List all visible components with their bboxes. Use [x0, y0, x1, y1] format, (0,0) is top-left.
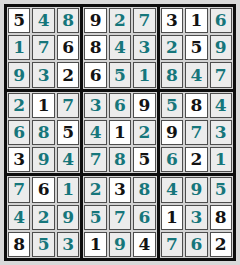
cell-r3c5[interactable]: 5 [109, 62, 131, 87]
cell-r8c7[interactable]: 1 [161, 205, 183, 230]
cell-r2c5[interactable]: 4 [109, 35, 131, 60]
cell-r9c3[interactable]: 3 [57, 232, 79, 257]
cell-r6c5[interactable]: 8 [109, 147, 131, 172]
box-4: 217685394 [7, 92, 80, 174]
sudoku-board: 5481769329278436513162598472176853943694… [4, 4, 236, 261]
cell-r8c3[interactable]: 9 [57, 205, 79, 230]
cell-r2c2[interactable]: 7 [32, 35, 54, 60]
cell-r3c6[interactable]: 1 [133, 62, 155, 87]
box-7: 761429853 [7, 176, 80, 258]
cell-r8c5[interactable]: 7 [109, 205, 131, 230]
cell-r7c1[interactable]: 7 [8, 177, 30, 202]
cell-r6c1[interactable]: 3 [8, 147, 30, 172]
cell-r6c9[interactable]: 1 [210, 147, 232, 172]
cell-r5c3[interactable]: 5 [57, 120, 79, 145]
cell-r7c9[interactable]: 5 [210, 177, 232, 202]
cell-r7c8[interactable]: 9 [185, 177, 207, 202]
cell-r9c5[interactable]: 9 [109, 232, 131, 257]
cell-r4c8[interactable]: 8 [185, 93, 207, 118]
cell-r1c1[interactable]: 5 [8, 8, 30, 33]
cell-r3c7[interactable]: 8 [161, 62, 183, 87]
cell-r7c3[interactable]: 1 [57, 177, 79, 202]
cell-r4c4[interactable]: 3 [84, 93, 106, 118]
box-6: 584973621 [160, 92, 233, 174]
cell-r7c2[interactable]: 6 [32, 177, 54, 202]
cell-r6c2[interactable]: 9 [32, 147, 54, 172]
cell-r2c9[interactable]: 9 [210, 35, 232, 60]
cell-r3c4[interactable]: 6 [84, 62, 106, 87]
cell-r2c4[interactable]: 8 [84, 35, 106, 60]
cell-r4c7[interactable]: 5 [161, 93, 183, 118]
cell-r8c2[interactable]: 2 [32, 205, 54, 230]
cell-r6c4[interactable]: 7 [84, 147, 106, 172]
cell-r3c2[interactable]: 3 [32, 62, 54, 87]
cell-r5c4[interactable]: 4 [84, 120, 106, 145]
cell-r2c8[interactable]: 5 [185, 35, 207, 60]
cell-r9c9[interactable]: 2 [210, 232, 232, 257]
box-3: 316259847 [160, 7, 233, 89]
cell-r9c6[interactable]: 4 [133, 232, 155, 257]
cell-r6c6[interactable]: 5 [133, 147, 155, 172]
cell-r5c2[interactable]: 8 [32, 120, 54, 145]
cell-r3c8[interactable]: 4 [185, 62, 207, 87]
cell-r4c6[interactable]: 9 [133, 93, 155, 118]
cell-r5c7[interactable]: 9 [161, 120, 183, 145]
cell-r2c1[interactable]: 1 [8, 35, 30, 60]
cell-r5c1[interactable]: 6 [8, 120, 30, 145]
box-5: 369412785 [83, 92, 156, 174]
cell-r9c4[interactable]: 1 [84, 232, 106, 257]
cell-r7c4[interactable]: 2 [84, 177, 106, 202]
cell-r4c2[interactable]: 1 [32, 93, 54, 118]
box-9: 495138762 [160, 176, 233, 258]
cell-r1c5[interactable]: 2 [109, 8, 131, 33]
cell-r1c7[interactable]: 3 [161, 8, 183, 33]
cell-r3c3[interactable]: 2 [57, 62, 79, 87]
cell-r5c5[interactable]: 1 [109, 120, 131, 145]
cell-r9c7[interactable]: 7 [161, 232, 183, 257]
box-1: 548176932 [7, 7, 80, 89]
cell-r1c8[interactable]: 1 [185, 8, 207, 33]
cell-r4c1[interactable]: 2 [8, 93, 30, 118]
cell-r6c3[interactable]: 4 [57, 147, 79, 172]
cell-r2c7[interactable]: 2 [161, 35, 183, 60]
cell-r5c6[interactable]: 2 [133, 120, 155, 145]
cell-r7c5[interactable]: 3 [109, 177, 131, 202]
cell-r5c9[interactable]: 3 [210, 120, 232, 145]
box-2: 927843651 [83, 7, 156, 89]
cell-r1c2[interactable]: 4 [32, 8, 54, 33]
cell-r9c8[interactable]: 6 [185, 232, 207, 257]
cell-r8c6[interactable]: 6 [133, 205, 155, 230]
cell-r7c6[interactable]: 8 [133, 177, 155, 202]
cell-r9c1[interactable]: 8 [8, 232, 30, 257]
cell-r6c7[interactable]: 6 [161, 147, 183, 172]
cell-r1c3[interactable]: 8 [57, 8, 79, 33]
cell-r6c8[interactable]: 2 [185, 147, 207, 172]
cell-r3c1[interactable]: 9 [8, 62, 30, 87]
cell-r2c6[interactable]: 3 [133, 35, 155, 60]
box-8: 238576194 [83, 176, 156, 258]
cell-r1c6[interactable]: 7 [133, 8, 155, 33]
cell-r4c3[interactable]: 7 [57, 93, 79, 118]
cell-r1c9[interactable]: 6 [210, 8, 232, 33]
cell-r1c4[interactable]: 9 [84, 8, 106, 33]
cell-r4c9[interactable]: 4 [210, 93, 232, 118]
cell-r2c3[interactable]: 6 [57, 35, 79, 60]
cell-r8c9[interactable]: 8 [210, 205, 232, 230]
cell-r5c8[interactable]: 7 [185, 120, 207, 145]
cell-r9c2[interactable]: 5 [32, 232, 54, 257]
cell-r7c7[interactable]: 4 [161, 177, 183, 202]
cell-r8c4[interactable]: 5 [84, 205, 106, 230]
cell-r8c1[interactable]: 4 [8, 205, 30, 230]
cell-r3c9[interactable]: 7 [210, 62, 232, 87]
cell-r4c5[interactable]: 6 [109, 93, 131, 118]
cell-r8c8[interactable]: 3 [185, 205, 207, 230]
